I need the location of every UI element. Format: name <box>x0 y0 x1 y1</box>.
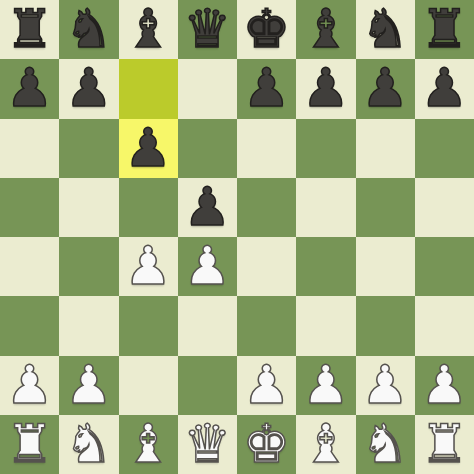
white-pawn[interactable]: ♟ <box>361 358 409 411</box>
square-e3[interactable] <box>237 296 296 355</box>
white-pawn[interactable]: ♟ <box>124 239 172 292</box>
square-a3[interactable] <box>0 296 59 355</box>
square-h7[interactable]: ♟ <box>415 59 474 118</box>
square-h8[interactable]: ♜ <box>415 0 474 59</box>
white-pawn[interactable]: ♟ <box>302 358 350 411</box>
white-knight[interactable]: ♞ <box>361 417 409 470</box>
square-h1[interactable]: ♜ <box>415 415 474 474</box>
square-e2[interactable]: ♟ <box>237 356 296 415</box>
black-pawn[interactable]: ♟ <box>124 121 172 174</box>
square-h4[interactable] <box>415 237 474 296</box>
black-pawn[interactable]: ♟ <box>243 61 291 114</box>
white-bishop[interactable]: ♝ <box>302 417 350 470</box>
square-h3[interactable] <box>415 296 474 355</box>
black-rook[interactable]: ♜ <box>6 2 54 55</box>
square-d7[interactable] <box>178 59 237 118</box>
square-b1[interactable]: ♞ <box>59 415 118 474</box>
square-a6[interactable] <box>0 119 59 178</box>
black-pawn[interactable]: ♟ <box>6 61 54 114</box>
square-e5[interactable] <box>237 178 296 237</box>
white-pawn[interactable]: ♟ <box>243 358 291 411</box>
square-c1[interactable]: ♝ <box>119 415 178 474</box>
square-a5[interactable] <box>0 178 59 237</box>
black-queen[interactable]: ♛ <box>184 2 232 55</box>
white-bishop[interactable]: ♝ <box>124 417 172 470</box>
square-c4[interactable]: ♟ <box>119 237 178 296</box>
square-f6[interactable] <box>296 119 355 178</box>
square-d5[interactable]: ♟ <box>178 178 237 237</box>
white-pawn[interactable]: ♟ <box>184 239 232 292</box>
square-d2[interactable] <box>178 356 237 415</box>
black-knight[interactable]: ♞ <box>361 2 409 55</box>
square-d1[interactable]: ♛ <box>178 415 237 474</box>
square-e8[interactable]: ♚ <box>237 0 296 59</box>
square-c5[interactable] <box>119 178 178 237</box>
white-king[interactable]: ♚ <box>243 417 291 470</box>
black-pawn[interactable]: ♟ <box>421 61 469 114</box>
square-h2[interactable]: ♟ <box>415 356 474 415</box>
black-pawn[interactable]: ♟ <box>65 61 113 114</box>
chess-board: ♜♞♝♛♚♝♞♜♟♟♟♟♟♟♟♟♟♟♟♟♟♟♟♟♜♞♝♛♚♝♞♜ <box>0 0 474 474</box>
square-b4[interactable] <box>59 237 118 296</box>
square-a1[interactable]: ♜ <box>0 415 59 474</box>
square-d4[interactable]: ♟ <box>178 237 237 296</box>
black-rook[interactable]: ♜ <box>421 2 469 55</box>
square-a8[interactable]: ♜ <box>0 0 59 59</box>
square-g1[interactable]: ♞ <box>356 415 415 474</box>
square-f4[interactable] <box>296 237 355 296</box>
black-pawn[interactable]: ♟ <box>184 180 232 233</box>
square-c8[interactable]: ♝ <box>119 0 178 59</box>
square-g3[interactable] <box>356 296 415 355</box>
square-e1[interactable]: ♚ <box>237 415 296 474</box>
square-e4[interactable] <box>237 237 296 296</box>
square-g2[interactable]: ♟ <box>356 356 415 415</box>
black-pawn[interactable]: ♟ <box>302 61 350 114</box>
square-g6[interactable] <box>356 119 415 178</box>
white-pawn[interactable]: ♟ <box>65 358 113 411</box>
square-b2[interactable]: ♟ <box>59 356 118 415</box>
black-bishop[interactable]: ♝ <box>302 2 350 55</box>
square-a7[interactable]: ♟ <box>0 59 59 118</box>
white-pawn[interactable]: ♟ <box>421 358 469 411</box>
square-g8[interactable]: ♞ <box>356 0 415 59</box>
square-f5[interactable] <box>296 178 355 237</box>
white-knight[interactable]: ♞ <box>65 417 113 470</box>
square-c7[interactable] <box>119 59 178 118</box>
square-h5[interactable] <box>415 178 474 237</box>
square-c2[interactable] <box>119 356 178 415</box>
square-c6[interactable]: ♟ <box>119 119 178 178</box>
square-b3[interactable] <box>59 296 118 355</box>
square-a2[interactable]: ♟ <box>0 356 59 415</box>
square-g7[interactable]: ♟ <box>356 59 415 118</box>
square-b6[interactable] <box>59 119 118 178</box>
black-bishop[interactable]: ♝ <box>124 2 172 55</box>
white-queen[interactable]: ♛ <box>184 417 232 470</box>
square-g4[interactable] <box>356 237 415 296</box>
white-rook[interactable]: ♜ <box>421 417 469 470</box>
square-e6[interactable] <box>237 119 296 178</box>
black-king[interactable]: ♚ <box>243 2 291 55</box>
square-e7[interactable]: ♟ <box>237 59 296 118</box>
white-pawn[interactable]: ♟ <box>6 358 54 411</box>
white-rook[interactable]: ♜ <box>6 417 54 470</box>
black-pawn[interactable]: ♟ <box>361 61 409 114</box>
square-f8[interactable]: ♝ <box>296 0 355 59</box>
square-f2[interactable]: ♟ <box>296 356 355 415</box>
square-f3[interactable] <box>296 296 355 355</box>
square-d8[interactable]: ♛ <box>178 0 237 59</box>
square-b8[interactable]: ♞ <box>59 0 118 59</box>
square-d6[interactable] <box>178 119 237 178</box>
square-d3[interactable] <box>178 296 237 355</box>
square-b5[interactable] <box>59 178 118 237</box>
black-knight[interactable]: ♞ <box>65 2 113 55</box>
square-c3[interactable] <box>119 296 178 355</box>
square-f1[interactable]: ♝ <box>296 415 355 474</box>
square-h6[interactable] <box>415 119 474 178</box>
square-g5[interactable] <box>356 178 415 237</box>
square-a4[interactable] <box>0 237 59 296</box>
square-b7[interactable]: ♟ <box>59 59 118 118</box>
square-f7[interactable]: ♟ <box>296 59 355 118</box>
